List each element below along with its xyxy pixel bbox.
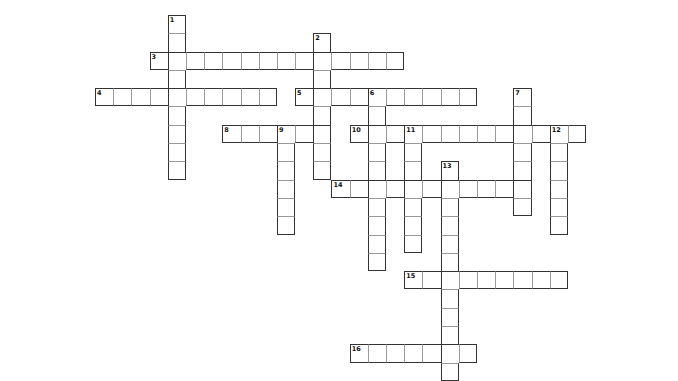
- cell-r6c17[interactable]: 11: [404, 125, 422, 143]
- cell-r6c25[interactable]: 12: [550, 125, 568, 143]
- clue-number-4: 4: [97, 89, 102, 97]
- cell-r14c18[interactable]: [422, 271, 440, 289]
- cell-r2c8[interactable]: [241, 52, 259, 70]
- cell-r11c10[interactable]: [277, 216, 295, 234]
- cell-r0c4[interactable]: 1: [168, 15, 186, 33]
- cell-r4c7[interactable]: [222, 88, 240, 106]
- cell-r14c21[interactable]: [477, 271, 495, 289]
- cell-r7c12[interactable]: [313, 143, 331, 161]
- cell-r9c19[interactable]: [441, 180, 459, 198]
- clue-number-9: 9: [279, 126, 284, 134]
- cell-r10c23[interactable]: [513, 198, 531, 216]
- cell-r1c4[interactable]: [168, 33, 186, 51]
- clue-number-14: 14: [333, 181, 342, 189]
- cell-r10c19[interactable]: [441, 198, 459, 216]
- cell-r9c23[interactable]: [513, 180, 531, 198]
- cell-r6c26[interactable]: [568, 125, 586, 143]
- cell-r5c23[interactable]: [513, 106, 531, 124]
- cell-r10c15[interactable]: [368, 198, 386, 216]
- cell-r9c21[interactable]: [477, 180, 495, 198]
- cell-r18c17[interactable]: [404, 344, 422, 362]
- cell-r6c15[interactable]: [368, 125, 386, 143]
- cell-r4c16[interactable]: [386, 88, 404, 106]
- clue-number-16: 16: [352, 345, 361, 353]
- cell-r16c19[interactable]: [441, 308, 459, 326]
- cell-r13c15[interactable]: [368, 253, 386, 271]
- cell-r9c10[interactable]: [277, 180, 295, 198]
- cell-r6c4[interactable]: [168, 125, 186, 143]
- cell-r10c10[interactable]: [277, 198, 295, 216]
- cell-r4c14[interactable]: [350, 88, 368, 106]
- cell-r6c12[interactable]: [313, 125, 331, 143]
- cell-r4c18[interactable]: [422, 88, 440, 106]
- cell-r9c14[interactable]: [350, 180, 368, 198]
- clue-number-11: 11: [406, 126, 415, 134]
- cell-r2c14[interactable]: [350, 52, 368, 70]
- cell-r2c15[interactable]: [368, 52, 386, 70]
- cell-r4c13[interactable]: [331, 88, 349, 106]
- cell-r11c19[interactable]: [441, 216, 459, 234]
- clue-number-1: 1: [170, 16, 175, 24]
- cell-r7c23[interactable]: [513, 143, 531, 161]
- clue-number-12: 12: [552, 126, 561, 134]
- cell-r6c7[interactable]: 8: [222, 125, 240, 143]
- cell-r3c4[interactable]: [168, 70, 186, 88]
- cell-r18c19[interactable]: [441, 344, 459, 362]
- cell-r6c10[interactable]: 9: [277, 125, 295, 143]
- cell-r18c20[interactable]: [459, 344, 477, 362]
- cell-r2c13[interactable]: [331, 52, 349, 70]
- cell-r4c15[interactable]: 6: [368, 88, 386, 106]
- cell-r11c17[interactable]: [404, 216, 422, 234]
- cell-r2c5[interactable]: [186, 52, 204, 70]
- cell-r7c15[interactable]: [368, 143, 386, 161]
- cell-r14c25[interactable]: [550, 271, 568, 289]
- cell-r10c17[interactable]: [404, 198, 422, 216]
- cell-r4c1[interactable]: [113, 88, 131, 106]
- cell-r14c17[interactable]: 15: [404, 271, 422, 289]
- cell-r8c25[interactable]: [550, 161, 568, 179]
- cell-r2c16[interactable]: [386, 52, 404, 70]
- cell-r11c15[interactable]: [368, 216, 386, 234]
- cell-r9c17[interactable]: [404, 180, 422, 198]
- cell-r4c8[interactable]: [241, 88, 259, 106]
- cell-r4c4[interactable]: [168, 88, 186, 106]
- cell-r18c16[interactable]: [386, 344, 404, 362]
- cell-r15c19[interactable]: [441, 289, 459, 307]
- cell-r4c6[interactable]: [204, 88, 222, 106]
- cell-r2c10[interactable]: [277, 52, 295, 70]
- cell-r4c17[interactable]: [404, 88, 422, 106]
- cell-r2c12[interactable]: [313, 52, 331, 70]
- cell-r9c18[interactable]: [422, 180, 440, 198]
- cell-r9c13[interactable]: 14: [331, 180, 349, 198]
- cell-r6c8[interactable]: [241, 125, 259, 143]
- cell-r6c18[interactable]: [422, 125, 440, 143]
- clue-number-5: 5: [297, 89, 302, 97]
- cell-r4c19[interactable]: [441, 88, 459, 106]
- cell-r14c19[interactable]: [441, 271, 459, 289]
- cell-r8c15[interactable]: [368, 161, 386, 179]
- cell-r3c12[interactable]: [313, 70, 331, 88]
- cell-r4c9[interactable]: [259, 88, 277, 106]
- cell-r8c23[interactable]: [513, 161, 531, 179]
- cell-r4c0[interactable]: 4: [95, 88, 113, 106]
- cell-r4c23[interactable]: 7: [513, 88, 531, 106]
- cell-r2c7[interactable]: [222, 52, 240, 70]
- cell-r4c11[interactable]: 5: [295, 88, 313, 106]
- cell-r8c4[interactable]: [168, 161, 186, 179]
- cell-r4c20[interactable]: [459, 88, 477, 106]
- cell-r6c16[interactable]: [386, 125, 404, 143]
- cell-r2c6[interactable]: [204, 52, 222, 70]
- clue-number-3: 3: [152, 53, 157, 61]
- cell-r7c25[interactable]: [550, 143, 568, 161]
- cell-r19c19[interactable]: [441, 363, 459, 381]
- cell-r6c14[interactable]: 10: [350, 125, 368, 143]
- cell-r6c11[interactable]: [295, 125, 313, 143]
- cell-r9c16[interactable]: [386, 180, 404, 198]
- cell-r6c24[interactable]: [532, 125, 550, 143]
- cell-r6c22[interactable]: [495, 125, 513, 143]
- cell-r14c23[interactable]: [513, 271, 531, 289]
- cell-r5c4[interactable]: [168, 106, 186, 124]
- clue-number-7: 7: [515, 89, 520, 97]
- cell-r12c17[interactable]: [404, 235, 422, 253]
- cell-r6c19[interactable]: [441, 125, 459, 143]
- cell-r14c20[interactable]: [459, 271, 477, 289]
- clue-number-6: 6: [370, 89, 375, 97]
- cell-r18c14[interactable]: 16: [350, 344, 368, 362]
- cell-r4c5[interactable]: [186, 88, 204, 106]
- clue-number-8: 8: [224, 126, 229, 134]
- cell-r7c4[interactable]: [168, 143, 186, 161]
- clue-number-2: 2: [315, 34, 320, 42]
- cell-r2c3[interactable]: 3: [150, 52, 168, 70]
- cell-r5c12[interactable]: [313, 106, 331, 124]
- cell-r2c11[interactable]: [295, 52, 313, 70]
- cell-r2c4[interactable]: [168, 52, 186, 70]
- cell-r5c15[interactable]: [368, 106, 386, 124]
- cell-r18c15[interactable]: [368, 344, 386, 362]
- cell-r8c10[interactable]: [277, 161, 295, 179]
- cell-r10c25[interactable]: [550, 198, 568, 216]
- cell-r6c20[interactable]: [459, 125, 477, 143]
- cell-r9c22[interactable]: [495, 180, 513, 198]
- cell-r1c12[interactable]: 2: [313, 33, 331, 51]
- cell-r4c2[interactable]: [131, 88, 149, 106]
- cell-r14c22[interactable]: [495, 271, 513, 289]
- cell-r13c19[interactable]: [441, 253, 459, 271]
- cell-r18c18[interactable]: [422, 344, 440, 362]
- cell-r14c24[interactable]: [532, 271, 550, 289]
- cell-r9c20[interactable]: [459, 180, 477, 198]
- cell-r4c3[interactable]: [150, 88, 168, 106]
- cell-r9c15[interactable]: [368, 180, 386, 198]
- cell-r9c25[interactable]: [550, 180, 568, 198]
- cell-r17c19[interactable]: [441, 326, 459, 344]
- cell-r6c21[interactable]: [477, 125, 495, 143]
- cell-r12c15[interactable]: [368, 235, 386, 253]
- cell-r6c9[interactable]: [259, 125, 277, 143]
- cell-r8c12[interactable]: [313, 161, 331, 179]
- cell-r4c12[interactable]: [313, 88, 331, 106]
- cell-r8c19[interactable]: 13: [441, 161, 459, 179]
- crossword-board: 12345678910111213141516: [95, 15, 586, 381]
- cell-r12c19[interactable]: [441, 235, 459, 253]
- clue-number-10: 10: [352, 126, 361, 134]
- cell-r7c17[interactable]: [404, 143, 422, 161]
- cell-r6c23[interactable]: [513, 125, 531, 143]
- cell-r11c25[interactable]: [550, 216, 568, 234]
- clue-number-15: 15: [406, 272, 415, 280]
- clue-number-13: 13: [443, 162, 452, 170]
- cell-r2c9[interactable]: [259, 52, 277, 70]
- cell-r8c17[interactable]: [404, 161, 422, 179]
- cell-r7c10[interactable]: [277, 143, 295, 161]
